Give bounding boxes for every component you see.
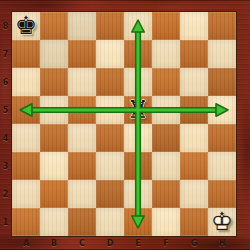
square-h5[interactable] bbox=[208, 96, 236, 124]
square-c2[interactable] bbox=[68, 180, 96, 208]
chess-board-diagram: ♚♜♚♔ 87654321 ABCDEFGH bbox=[0, 0, 250, 250]
square-f2[interactable] bbox=[152, 180, 180, 208]
rank-label-5: 5 bbox=[0, 96, 11, 124]
square-d5[interactable] bbox=[96, 96, 124, 124]
square-f4[interactable] bbox=[152, 124, 180, 152]
square-f1[interactable] bbox=[152, 208, 180, 236]
square-h8[interactable] bbox=[208, 12, 236, 40]
square-b6[interactable] bbox=[40, 68, 68, 96]
square-c5[interactable] bbox=[68, 96, 96, 124]
square-a4[interactable] bbox=[12, 124, 40, 152]
white-king[interactable]: ♚♔ bbox=[208, 208, 236, 236]
square-h3[interactable] bbox=[208, 152, 236, 180]
square-c3[interactable] bbox=[68, 152, 96, 180]
square-d2[interactable] bbox=[96, 180, 124, 208]
square-a2[interactable] bbox=[12, 180, 40, 208]
square-b1[interactable] bbox=[40, 208, 68, 236]
square-b8[interactable] bbox=[40, 12, 68, 40]
square-c6[interactable] bbox=[68, 68, 96, 96]
square-c7[interactable] bbox=[68, 40, 96, 68]
square-h7[interactable] bbox=[208, 40, 236, 68]
square-a8[interactable]: ♚ bbox=[12, 12, 40, 40]
square-a6[interactable] bbox=[12, 68, 40, 96]
square-f3[interactable] bbox=[152, 152, 180, 180]
rank-label-4: 4 bbox=[0, 124, 11, 152]
file-label-d: D bbox=[96, 237, 124, 249]
square-d6[interactable] bbox=[96, 68, 124, 96]
square-e6[interactable] bbox=[124, 68, 152, 96]
square-d7[interactable] bbox=[96, 40, 124, 68]
square-b4[interactable] bbox=[40, 124, 68, 152]
square-e1[interactable] bbox=[124, 208, 152, 236]
rank-label-3: 3 bbox=[0, 152, 11, 180]
black-rook[interactable]: ♜ bbox=[124, 96, 152, 124]
black-king[interactable]: ♚ bbox=[12, 12, 40, 40]
square-b7[interactable] bbox=[40, 40, 68, 68]
square-g7[interactable] bbox=[180, 40, 208, 68]
file-label-g: G bbox=[180, 237, 208, 249]
square-g2[interactable] bbox=[180, 180, 208, 208]
square-g5[interactable] bbox=[180, 96, 208, 124]
square-c1[interactable] bbox=[68, 208, 96, 236]
square-h1[interactable]: ♚♔ bbox=[208, 208, 236, 236]
square-a5[interactable] bbox=[12, 96, 40, 124]
square-c8[interactable] bbox=[68, 12, 96, 40]
square-g4[interactable] bbox=[180, 124, 208, 152]
rank-label-7: 7 bbox=[0, 40, 11, 68]
piece-glyph: ♜ bbox=[124, 96, 152, 124]
rank-labels: 87654321 bbox=[0, 12, 11, 236]
square-h6[interactable] bbox=[208, 68, 236, 96]
square-g8[interactable] bbox=[180, 12, 208, 40]
square-d1[interactable] bbox=[96, 208, 124, 236]
square-f5[interactable] bbox=[152, 96, 180, 124]
file-labels: ABCDEFGH bbox=[12, 237, 236, 249]
square-f8[interactable] bbox=[152, 12, 180, 40]
square-d4[interactable] bbox=[96, 124, 124, 152]
square-f7[interactable] bbox=[152, 40, 180, 68]
square-a7[interactable] bbox=[12, 40, 40, 68]
chess-board: ♚♜♚♔ bbox=[11, 11, 237, 237]
square-e5[interactable]: ♜ bbox=[124, 96, 152, 124]
square-c4[interactable] bbox=[68, 124, 96, 152]
square-b2[interactable] bbox=[40, 180, 68, 208]
square-a1[interactable] bbox=[12, 208, 40, 236]
file-label-c: C bbox=[68, 237, 96, 249]
square-a3[interactable] bbox=[12, 152, 40, 180]
file-label-a: A bbox=[12, 237, 40, 249]
file-label-b: B bbox=[40, 237, 68, 249]
file-label-h: H bbox=[208, 237, 236, 249]
square-h4[interactable] bbox=[208, 124, 236, 152]
square-b5[interactable] bbox=[40, 96, 68, 124]
square-f6[interactable] bbox=[152, 68, 180, 96]
piece-outline: ♔ bbox=[208, 208, 236, 236]
file-label-e: E bbox=[124, 237, 152, 249]
square-g1[interactable] bbox=[180, 208, 208, 236]
square-e2[interactable] bbox=[124, 180, 152, 208]
square-e4[interactable] bbox=[124, 124, 152, 152]
square-d3[interactable] bbox=[96, 152, 124, 180]
square-g6[interactable] bbox=[180, 68, 208, 96]
square-h2[interactable] bbox=[208, 180, 236, 208]
square-d8[interactable] bbox=[96, 12, 124, 40]
piece-glyph: ♚ bbox=[12, 12, 40, 40]
square-e8[interactable] bbox=[124, 12, 152, 40]
rank-label-1: 1 bbox=[0, 208, 11, 236]
square-e3[interactable] bbox=[124, 152, 152, 180]
rank-label-2: 2 bbox=[0, 180, 11, 208]
square-e7[interactable] bbox=[124, 40, 152, 68]
square-g3[interactable] bbox=[180, 152, 208, 180]
file-label-f: F bbox=[152, 237, 180, 249]
rank-label-8: 8 bbox=[0, 12, 11, 40]
rank-label-6: 6 bbox=[0, 68, 11, 96]
square-b3[interactable] bbox=[40, 152, 68, 180]
